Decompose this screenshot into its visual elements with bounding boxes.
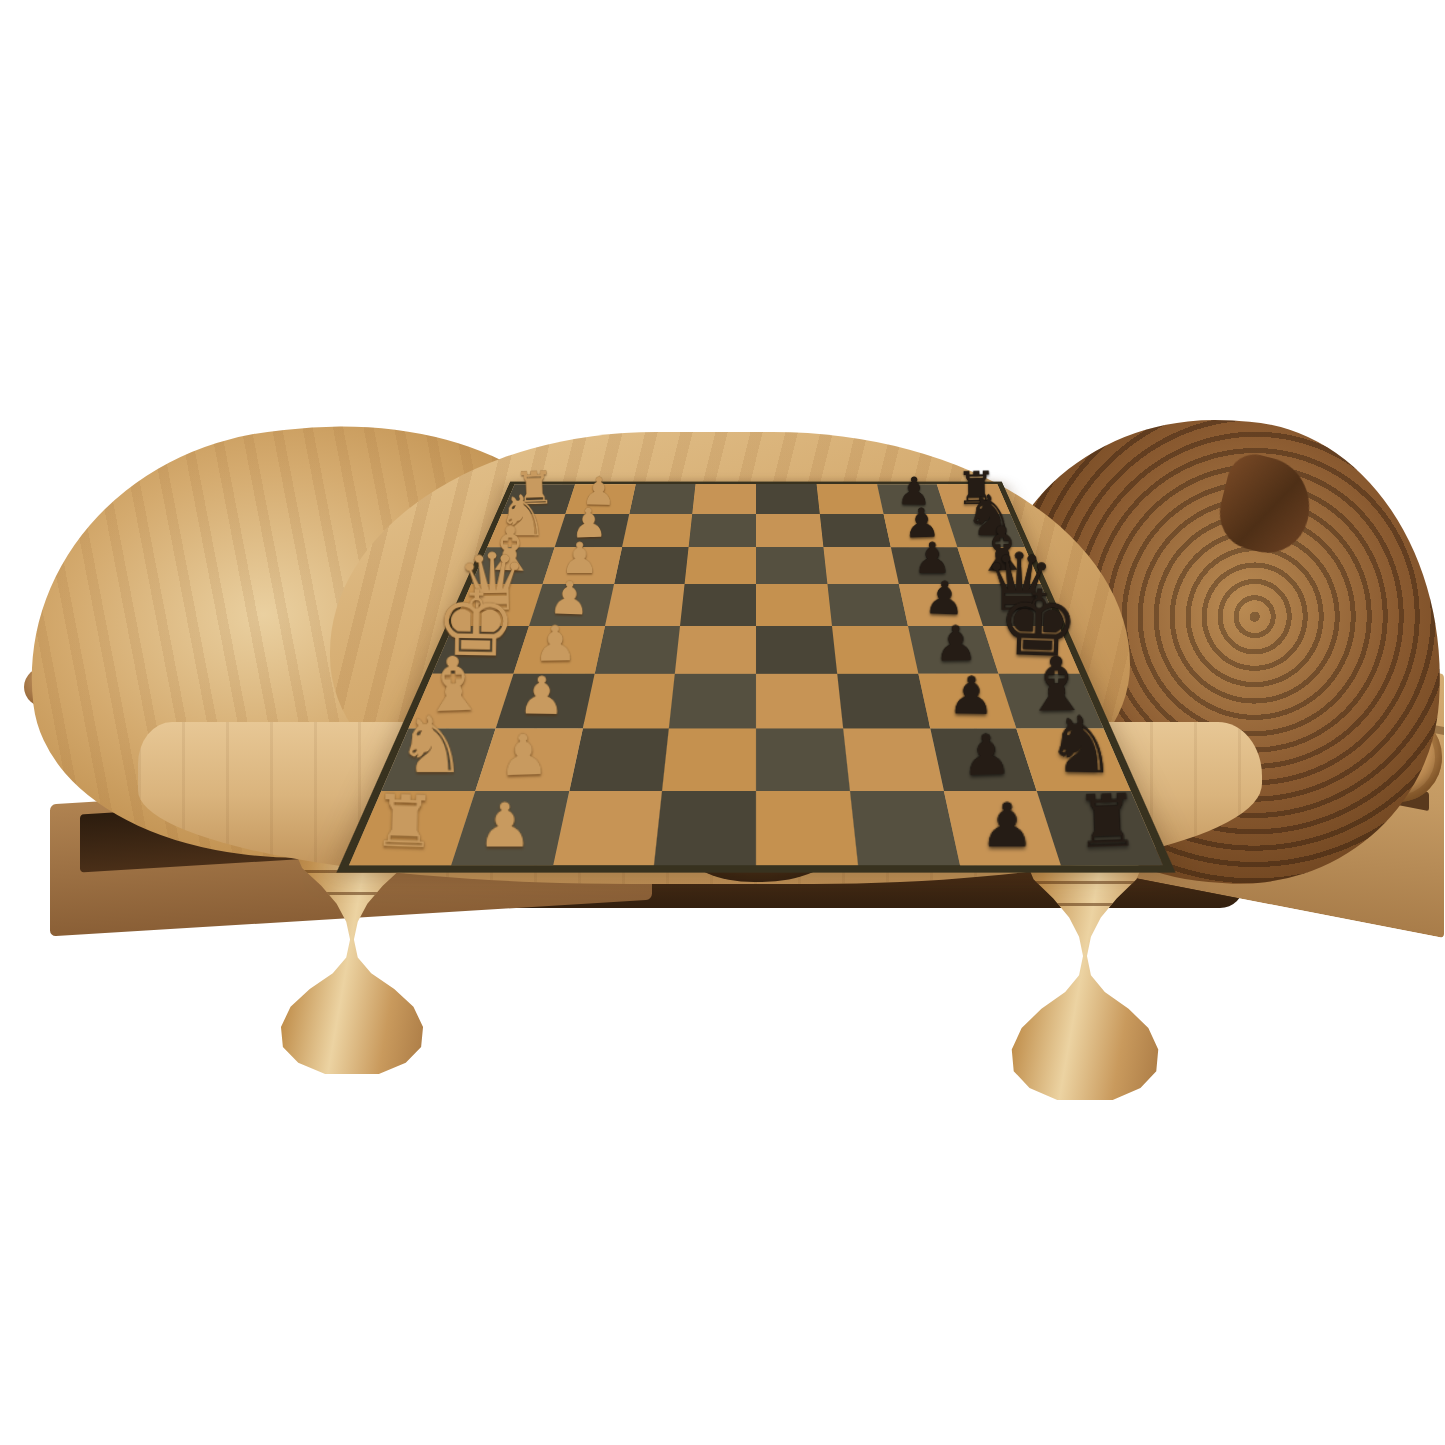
square-e4 (675, 626, 756, 674)
chessboard-scene: ♜♟♟♜♞♟♟♞♝♟♟♝♛♟♟♛♚♟♟♚♝♟♟♝♞♟♟♞♜♟♟♜ (446, 316, 1066, 936)
square-h4 (654, 791, 756, 865)
square-d6 (827, 584, 907, 626)
chess-board: ♜♟♟♜♞♟♟♞♝♟♟♝♛♟♟♛♚♟♟♚♝♟♟♝♞♟♟♞♜♟♟♜ (336, 482, 1175, 873)
white-pawn: ♟ (533, 621, 578, 668)
black-pawn: ♟ (934, 621, 979, 668)
black-knight: ♞ (1046, 708, 1118, 784)
black-pawn: ♟ (980, 798, 1035, 856)
square-f6 (837, 674, 930, 729)
square-f4 (669, 674, 756, 729)
square-d5 (756, 584, 832, 626)
square-a5 (756, 484, 820, 514)
square-c6 (823, 547, 898, 584)
square-b5 (756, 514, 823, 547)
square-g3 (569, 728, 670, 791)
square-a3 (629, 484, 696, 514)
square-c3 (614, 547, 689, 584)
square-h5 (756, 791, 858, 865)
square-b6 (820, 514, 891, 547)
square-f2: ♟ (495, 674, 594, 729)
photo-background: ♜♟♟♜♞♟♟♞♝♟♟♝♛♟♟♛♚♟♟♚♝♟♟♝♞♟♟♞♜♟♟♜ (0, 0, 1445, 1445)
square-d3 (605, 584, 685, 626)
black-rook: ♜ (1074, 786, 1141, 856)
square-g5 (756, 728, 850, 791)
white-pawn: ♟ (517, 671, 565, 721)
square-e5 (756, 626, 837, 674)
black-pawn: ♟ (961, 729, 1013, 784)
black-pawn: ♟ (948, 671, 996, 721)
square-c4 (685, 547, 756, 584)
square-e3 (594, 626, 680, 674)
square-d4 (680, 584, 756, 626)
white-knight: ♞ (396, 709, 466, 783)
square-f5 (756, 674, 843, 729)
square-h3 (553, 791, 663, 865)
square-b4 (689, 514, 756, 547)
square-g6 (843, 728, 944, 791)
square-h6 (850, 791, 960, 865)
white-pawn: ♟ (497, 729, 549, 784)
square-e6 (832, 626, 918, 674)
white-pawn: ♟ (477, 798, 532, 856)
white-rook: ♜ (371, 786, 438, 856)
square-a6 (816, 484, 883, 514)
square-c5 (756, 547, 827, 584)
square-f3 (582, 674, 675, 729)
square-g4 (662, 728, 756, 791)
square-b3 (622, 514, 693, 547)
square-a4 (692, 484, 756, 514)
